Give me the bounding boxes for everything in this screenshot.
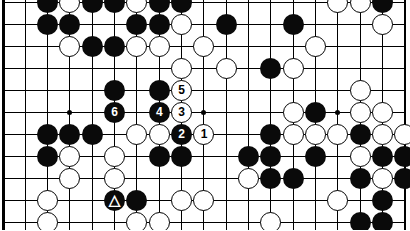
- white-stone: [126, 36, 147, 57]
- white-stone: [238, 168, 259, 189]
- white-stone: [171, 58, 192, 79]
- white-stone: [350, 102, 371, 123]
- white-stone: [350, 80, 371, 101]
- grid-line-horizontal: [2, 90, 407, 91]
- white-stone: [372, 124, 393, 145]
- white-stone: [305, 36, 326, 57]
- white-stone: [126, 212, 147, 231]
- black-stone: [149, 146, 170, 167]
- white-stone: [216, 58, 237, 79]
- move-number-label: 2: [178, 128, 185, 140]
- board-left-edge-line: [2, 0, 5, 230]
- grid-line-vertical: [226, 0, 227, 230]
- white-stone: [171, 14, 192, 35]
- black-stone: [104, 0, 125, 13]
- white-stone: [59, 168, 80, 189]
- white-stone: 5: [171, 80, 192, 101]
- white-stone: [37, 212, 58, 231]
- white-stone: [372, 14, 393, 35]
- board-right-edge-line: [404, 0, 406, 230]
- move-number-label: 4: [156, 106, 163, 118]
- white-stone: [59, 146, 80, 167]
- black-stone: [372, 190, 393, 211]
- white-stone: [327, 190, 348, 211]
- white-stone: [327, 0, 348, 13]
- star-point: [335, 110, 340, 115]
- grid-line-horizontal: [2, 222, 407, 223]
- black-stone: [104, 80, 125, 101]
- white-stone: [104, 168, 125, 189]
- black-stone: [216, 14, 237, 35]
- white-stone: [283, 124, 304, 145]
- grid-line-vertical: [69, 0, 70, 230]
- white-stone: [193, 36, 214, 57]
- black-stone: [149, 0, 170, 13]
- black-stone: 2: [171, 124, 192, 145]
- black-stone: [260, 168, 281, 189]
- white-stone: [149, 124, 170, 145]
- move-number-label: 1: [201, 128, 208, 140]
- grid-line-vertical: [248, 0, 249, 230]
- black-stone: [37, 0, 58, 13]
- black-stone: [350, 124, 371, 145]
- black-stone: [82, 0, 103, 13]
- white-stone: [149, 36, 170, 57]
- star-point: [201, 110, 206, 115]
- white-stone: [104, 146, 125, 167]
- go-diagram: 564321△: [0, 0, 410, 230]
- black-stone: [37, 124, 58, 145]
- black-stone: [59, 124, 80, 145]
- star-point: [67, 110, 72, 115]
- black-stone: [37, 146, 58, 167]
- black-stone: [171, 0, 192, 13]
- white-stone: 3: [171, 102, 192, 123]
- move-number-label: 6: [111, 106, 118, 118]
- white-stone: [59, 36, 80, 57]
- white-stone: 1: [193, 124, 214, 145]
- white-stone: [283, 58, 304, 79]
- black-stone: [372, 146, 393, 167]
- black-stone: [238, 146, 259, 167]
- black-stone: [149, 14, 170, 35]
- black-stone: [104, 36, 125, 57]
- black-stone: [372, 212, 393, 231]
- white-stone: [350, 146, 371, 167]
- grid-line-vertical: [270, 0, 271, 230]
- black-stone: [82, 124, 103, 145]
- black-stone: [350, 212, 371, 231]
- black-stone: 4: [149, 102, 170, 123]
- move-number-label: 3: [178, 106, 185, 118]
- white-stone: [283, 102, 304, 123]
- black-stone: △: [104, 190, 125, 211]
- white-stone: [372, 102, 393, 123]
- black-stone: [372, 0, 393, 13]
- black-stone: [394, 146, 410, 167]
- black-stone: [394, 168, 410, 189]
- black-stone: [59, 14, 80, 35]
- grid-line-horizontal: [2, 68, 407, 69]
- white-stone: [126, 0, 147, 13]
- white-stone: [372, 168, 393, 189]
- black-stone: [305, 102, 326, 123]
- white-stone: [149, 212, 170, 231]
- black-stone: [260, 58, 281, 79]
- black-stone: [283, 168, 304, 189]
- black-stone: [171, 146, 192, 167]
- triangle-mark: △: [109, 192, 121, 207]
- grid-line-vertical: [25, 0, 26, 230]
- black-stone: [82, 36, 103, 57]
- black-stone: 6: [104, 102, 125, 123]
- white-stone: [260, 212, 281, 231]
- move-number-label: 5: [178, 84, 185, 96]
- white-stone: [126, 124, 147, 145]
- black-stone: [37, 14, 58, 35]
- white-stone: [193, 190, 214, 211]
- white-stone: [59, 0, 80, 13]
- white-stone: [327, 124, 348, 145]
- black-stone: [149, 80, 170, 101]
- black-stone: [283, 14, 304, 35]
- white-stone: [37, 190, 58, 211]
- white-stone: [171, 190, 192, 211]
- go-board: 564321△: [0, 0, 410, 230]
- white-stone: [305, 124, 326, 145]
- white-stone: [350, 0, 371, 13]
- black-stone: [260, 146, 281, 167]
- black-stone: [305, 146, 326, 167]
- black-stone: [126, 14, 147, 35]
- white-stone: [394, 124, 410, 145]
- black-stone: [260, 124, 281, 145]
- black-stone: [350, 168, 371, 189]
- grid-line-vertical: [92, 0, 93, 230]
- black-stone: [126, 190, 147, 211]
